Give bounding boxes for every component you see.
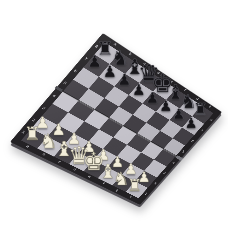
coord-label-h: h: [127, 194, 134, 199]
piece-black-pawn[interactable]: ♟: [185, 115, 198, 129]
coord-label-4: 4: [170, 160, 176, 165]
hinge-icon: [55, 86, 63, 92]
coord-label-7: 7: [198, 128, 204, 133]
coord-label-1: 1: [142, 192, 149, 197]
piece-black-pawn[interactable]: ♟: [146, 91, 159, 106]
piece-white-rook[interactable]: ♜: [127, 178, 142, 194]
coord-label-g: g: [114, 188, 121, 193]
coord-label-3: 3: [161, 171, 167, 176]
piece-black-pawn[interactable]: ♟: [118, 73, 132, 88]
piece-black-pawn[interactable]: ♟: [159, 99, 172, 114]
piece-black-pawn[interactable]: ♟: [132, 82, 146, 97]
piece-black-pawn[interactable]: ♟: [87, 54, 101, 70]
coord-label-5: 5: [180, 150, 186, 155]
coord-label-8: 8: [208, 118, 214, 123]
piece-black-pawn[interactable]: ♟: [172, 108, 185, 122]
hinge-latch-icon: [175, 155, 183, 161]
coord-label-a: a: [24, 144, 32, 150]
coord-label-2: 2: [152, 181, 159, 186]
chess-set-photo: aa88bb77cc66dd55ee44ff33gg22hh11 ♜♞♝♛♚♝♞…: [0, 0, 228, 228]
piece-white-rook[interactable]: ♜: [24, 125, 40, 143]
piece-black-pawn[interactable]: ♟: [103, 64, 117, 80]
coord-label-6: 6: [189, 139, 195, 144]
